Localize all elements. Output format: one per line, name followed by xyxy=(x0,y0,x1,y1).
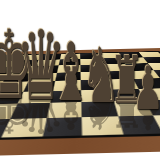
pawn-piece[interactable]: ♟ xyxy=(132,58,160,118)
chess-product-photo: ♚♚♛♛♝♝♞♞♜♜♟♟ xyxy=(0,0,160,160)
